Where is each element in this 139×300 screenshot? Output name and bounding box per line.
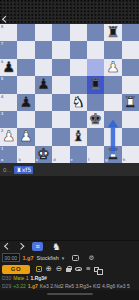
pv-main-move: 1.g7 [28, 282, 38, 290]
file-label-c: c [36, 158, 38, 162]
square-e1[interactable]: e [70, 146, 87, 163]
square-e3[interactable] [70, 111, 87, 128]
square-e2[interactable]: ♝ [70, 128, 87, 145]
rank-label-8: 8 [1, 25, 3, 29]
chevron-left-icon [4, 243, 10, 249]
square-c4[interactable] [35, 94, 52, 111]
pieces-button[interactable]: ♞ [52, 242, 61, 252]
square-g8[interactable]: ♜ [104, 24, 121, 41]
next-move-button[interactable] [19, 244, 24, 249]
square-h6[interactable] [122, 59, 139, 76]
move-number: 0… [3, 167, 12, 173]
square-d2[interactable] [52, 128, 69, 145]
lines-icon[interactable]: ≡ [86, 265, 90, 273]
add-line-icon[interactable]: ⊕ [46, 265, 52, 273]
square-b4[interactable]: ♟ [17, 94, 34, 111]
chevron-right-icon [18, 243, 24, 249]
rank-label-3: 3 [1, 112, 3, 116]
engine-line-2[interactable]: D29 +3.22 1.g7 Ke3 2.Nd2 Re5 3.Rg3+ Kf2 … [0, 282, 139, 290]
square-e7[interactable] [70, 41, 87, 58]
square-d8[interactable] [52, 24, 69, 41]
pv-moves: Ke3 2.Nd2 Re5 3.Rg3+ Kf2 4.Rg6 Ke3 5 [40, 282, 130, 290]
rank-label-5: 5 [1, 77, 3, 81]
engine-settings-icon[interactable]: ⚙ [88, 254, 94, 262]
square-f1[interactable]: f [87, 146, 104, 163]
white-rook-g1: ♜ [106, 146, 119, 163]
copy-icon[interactable] [94, 267, 99, 272]
engine-status-bar: 00:00 1.g7 Stockfish ▾ ⚙ [0, 252, 139, 263]
square-b6[interactable] [17, 59, 34, 76]
square-a2[interactable]: ♟2 [0, 128, 17, 145]
square-b2[interactable]: ♟ [17, 128, 34, 145]
rank-label-2: 2 [1, 129, 3, 133]
rank-label-4: 4 [1, 95, 3, 99]
square-b8[interactable] [17, 24, 34, 41]
square-f2[interactable] [87, 128, 104, 145]
engine-control-bar: GO ⊕ ⊖ ≡ [0, 263, 139, 275]
square-b7[interactable] [17, 41, 34, 58]
lock-icon[interactable] [66, 268, 71, 272]
board-grid: 8♜7♟6♟5♟♜4♟♞♜3♚♟2♟♝1ab♚cdef♜gh [0, 24, 139, 163]
pv-main-move: 1.Rg3# [30, 275, 46, 282]
eval-label: +3.22 [13, 282, 26, 290]
square-h4[interactable]: ♜ [122, 94, 139, 111]
square-c5[interactable]: ♟ [35, 76, 52, 93]
square-h3[interactable] [122, 111, 139, 128]
white-rook-h4: ♜ [124, 94, 137, 111]
square-f3[interactable]: ♚ [87, 111, 104, 128]
square-g4[interactable] [104, 94, 121, 111]
top-header [0, 0, 139, 24]
square-a7[interactable]: 7 [0, 41, 17, 58]
go-button[interactable]: GO [2, 265, 30, 274]
square-h7[interactable] [122, 41, 139, 58]
remove-line-icon[interactable]: ⊖ [56, 265, 62, 273]
black-rook-g8: ♜ [106, 24, 119, 41]
rank-label-7: 7 [1, 42, 3, 46]
black-pawn-a6: ♟ [2, 59, 15, 76]
square-e4[interactable]: ♞ [70, 94, 87, 111]
square-c7[interactable] [35, 41, 52, 58]
black-rook-f5: ♜ [89, 76, 102, 93]
square-a8[interactable]: 8 [0, 24, 17, 41]
file-label-d: d [53, 158, 55, 162]
square-c2[interactable] [35, 128, 52, 145]
square-f5[interactable]: ♜ [87, 76, 104, 93]
square-h5[interactable] [122, 76, 139, 93]
square-c8[interactable] [35, 24, 52, 41]
black-king-f3: ♚ [89, 111, 102, 128]
black-bishop-e2: ♝ [72, 128, 85, 145]
square-d7[interactable] [52, 41, 69, 58]
square-f8[interactable] [87, 24, 104, 41]
move-bar: 0… ♜xf5 [0, 163, 139, 176]
square-h8[interactable] [122, 24, 139, 41]
square-e5[interactable] [70, 76, 87, 93]
square-a4[interactable]: 4 [0, 94, 17, 111]
engine-name[interactable]: Stockfish [37, 255, 59, 261]
square-d5[interactable] [52, 76, 69, 93]
chevron-down-icon[interactable]: ▾ [62, 255, 65, 261]
engine-time: 00:00 [2, 253, 20, 262]
white-knight-e4: ♞ [72, 94, 85, 111]
file-label-f: f [88, 158, 89, 162]
show-hide-icon[interactable] [75, 267, 82, 272]
square-g6[interactable]: ♟ [104, 59, 121, 76]
white-pawn-g6: ♟ [106, 59, 119, 76]
black-pawn-c5: ♟ [37, 76, 50, 93]
file-label-e: e [71, 158, 73, 162]
file-label-a: a [1, 158, 3, 162]
square-g7[interactable] [104, 41, 121, 58]
knight-icon: ♞ [52, 242, 61, 252]
engine-best-move: 1.g7 [23, 255, 34, 261]
chess-board: 8♜7♟6♟5♟♜4♟♞♜3♚♟2♟♝1ab♚cdef♜gh [0, 24, 139, 163]
bottom-area [0, 290, 139, 300]
prev-move-button[interactable] [5, 244, 10, 249]
white-king-c1: ♚ [37, 146, 50, 163]
square-d1[interactable]: d [52, 146, 69, 163]
analysis-board-icon[interactable] [72, 255, 79, 261]
depth-label: D30 [2, 275, 11, 282]
rank-label-6: 6 [1, 60, 3, 64]
file-label-g: g [105, 158, 107, 162]
eval-label: Mate 1 [13, 275, 28, 282]
square-a3[interactable]: 3 [0, 111, 17, 128]
square-a1[interactable]: 1a [0, 146, 17, 163]
square-b5[interactable] [17, 76, 34, 93]
square-c1[interactable]: ♚c [35, 146, 52, 163]
navigation-toolbar: ≡ ♞ [0, 240, 139, 252]
square-a5[interactable]: 5 [0, 76, 17, 93]
home-indicator [47, 293, 93, 295]
square-c3[interactable] [35, 111, 52, 128]
square-h1[interactable]: h [122, 146, 139, 163]
square-g1[interactable]: ♜g [104, 146, 121, 163]
square-f7[interactable] [87, 41, 104, 58]
square-d3[interactable] [52, 111, 69, 128]
white-pawn-b2: ♟ [20, 128, 33, 145]
white-pawn-a2: ♟ [2, 128, 15, 145]
square-b3[interactable] [17, 111, 34, 128]
square-c6[interactable] [35, 59, 52, 76]
depth-label: D29 [2, 282, 11, 290]
square-e8[interactable] [70, 24, 87, 41]
engine-line-1[interactable]: D30 Mate 1 1.Rg3# [0, 275, 139, 282]
setup-position-icon[interactable] [36, 266, 42, 272]
file-label-h: h [123, 158, 125, 162]
rank-label-1: 1 [1, 147, 3, 151]
current-move-chip[interactable]: ♜xf5 [14, 166, 33, 174]
square-g2[interactable] [104, 128, 121, 145]
chess-analysis-app: 8♜7♟6♟5♟♜4♟♞♜3♚♟2♟♝1ab♚cdef♜gh 0… ♜xf5 ≡… [0, 0, 139, 300]
square-d6[interactable] [52, 59, 69, 76]
square-g5[interactable] [104, 76, 121, 93]
square-b1[interactable]: b [17, 146, 34, 163]
back-button[interactable] [3, 17, 8, 22]
move-list-button[interactable]: ≡ [32, 242, 43, 251]
square-e6[interactable] [70, 59, 87, 76]
square-f6[interactable] [87, 59, 104, 76]
black-pawn-b4: ♟ [20, 94, 33, 111]
square-d4[interactable] [52, 94, 69, 111]
square-h2[interactable] [122, 128, 139, 145]
move-list-icon: ≡ [32, 242, 43, 251]
back-chevron-icon [2, 16, 8, 22]
square-a6[interactable]: ♟6 [0, 59, 17, 76]
square-f4[interactable] [87, 94, 104, 111]
move-list-empty-area [0, 176, 139, 240]
square-g3[interactable] [104, 111, 121, 128]
file-label-b: b [18, 158, 20, 162]
